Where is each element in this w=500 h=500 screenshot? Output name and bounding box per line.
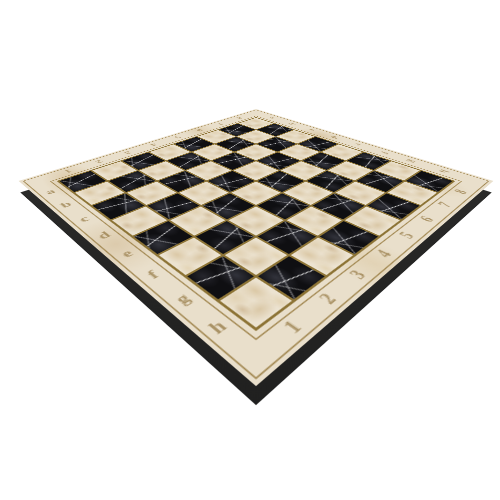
square-g3[interactable] — [258, 221, 316, 254]
square-h3[interactable] — [291, 238, 353, 275]
file-label-d-near: d — [90, 228, 118, 244]
file-label-c-near: c — [71, 212, 98, 226]
scene-background: a1a1b2b2c3c3d4d4e5e5f6f6g7g7h8h8 — [0, 0, 500, 500]
file-label-a-near: a — [38, 186, 62, 197]
square-e4[interactable] — [231, 182, 280, 205]
file-label-e-near: e — [112, 245, 142, 263]
chessboard: a1a1b2b2c3c3d4d4e5e5f6f6g7g7h8h8 — [18, 109, 493, 386]
square-h1[interactable] — [220, 278, 292, 328]
square-e1[interactable] — [134, 221, 192, 254]
square-f4[interactable] — [258, 193, 310, 219]
square-h4[interactable] — [320, 221, 378, 254]
file-label-f-near: f — [137, 265, 169, 286]
square-e2[interactable] — [170, 206, 225, 235]
file-label-b-near: b — [54, 199, 79, 211]
rank-label-5-near: 5 — [394, 228, 422, 244]
rank-label-2-near: 2 — [312, 287, 347, 311]
rank-label-6-near: 6 — [415, 212, 442, 226]
rank-label-8-near: 8 — [450, 186, 474, 197]
playing-field — [57, 117, 456, 331]
square-h2[interactable] — [258, 256, 325, 299]
square-e3[interactable] — [203, 193, 255, 219]
square-d3[interactable] — [179, 182, 228, 205]
square-c1[interactable] — [93, 193, 145, 219]
square-f1[interactable] — [159, 238, 221, 275]
rank-label-4-near: 4 — [370, 245, 400, 263]
square-f2[interactable] — [196, 221, 254, 254]
rank-label-3-near: 3 — [343, 265, 375, 286]
rank-label-1-near: 1 — [275, 314, 313, 342]
square-h6[interactable] — [368, 193, 420, 219]
square-g5[interactable] — [313, 193, 365, 219]
square-g2[interactable] — [225, 238, 287, 275]
square-g4[interactable] — [287, 206, 342, 235]
square-h5[interactable] — [345, 206, 400, 235]
square-h7[interactable] — [388, 182, 437, 205]
file-label-g-near: g — [166, 287, 201, 311]
square-c2[interactable] — [127, 182, 176, 205]
square-b1[interactable] — [75, 182, 124, 205]
square-f5[interactable] — [284, 182, 333, 205]
file-label-h-near: h — [199, 314, 237, 342]
square-d1[interactable] — [112, 206, 167, 235]
square-g6[interactable] — [336, 182, 385, 205]
square-g1[interactable] — [187, 256, 254, 299]
rank-label-7-near: 7 — [433, 199, 458, 211]
square-d2[interactable] — [148, 193, 200, 219]
square-f3[interactable] — [229, 206, 284, 235]
